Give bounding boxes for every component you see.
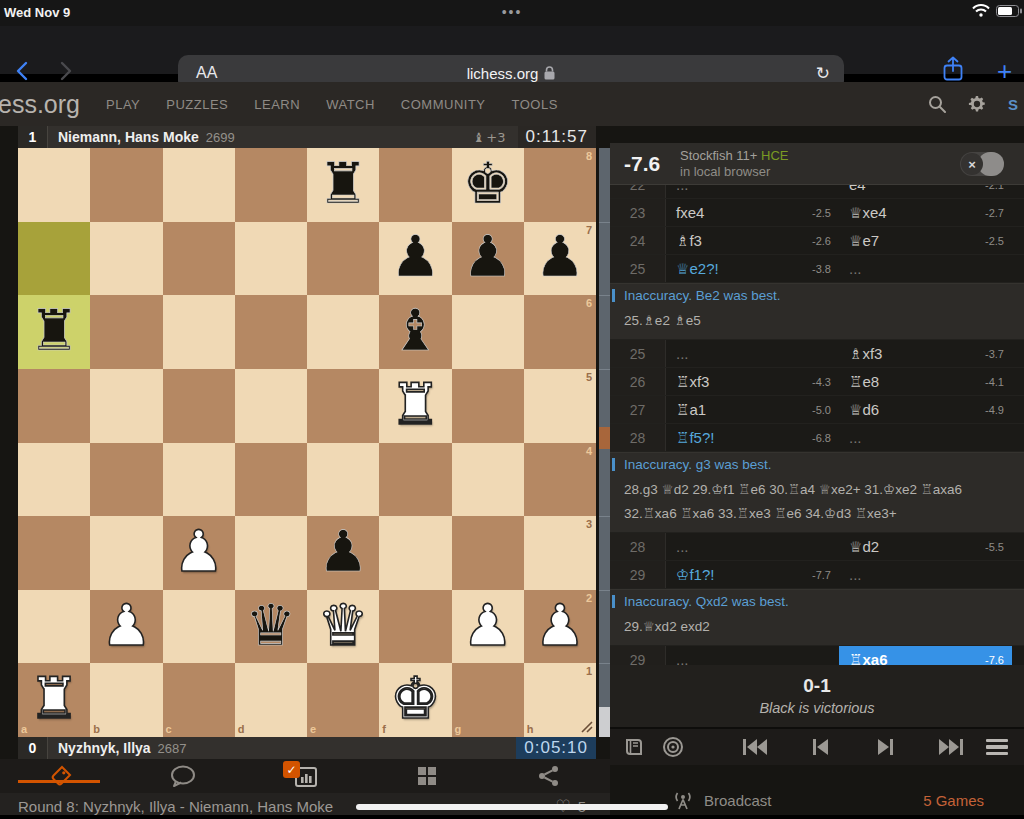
square-g1[interactable]: g (452, 663, 524, 737)
black-pawn-g7[interactable]: ♟ (452, 228, 524, 285)
black-move[interactable]: ♕d6 (849, 401, 879, 419)
first-move-button[interactable] (742, 737, 768, 757)
move-number: 23 (610, 199, 666, 226)
square-f8[interactable] (379, 148, 451, 222)
result-text: Black is victorious (610, 700, 1024, 716)
result-block: 0-1 Black is victorious (610, 665, 1024, 727)
move-number: 28 (610, 424, 666, 451)
nav-watch[interactable]: WATCH (326, 97, 375, 112)
engine-toggle-knob[interactable]: × (961, 153, 983, 175)
broadcast-tab[interactable]: Broadcast (672, 790, 772, 810)
black-move[interactable]: ... (849, 260, 862, 277)
analysis-panel: -7.6 Stockfish 11+ HCE in local browser … (610, 126, 1024, 819)
file-label-a: a (21, 723, 27, 735)
bottom-player-rating: 2687 (158, 741, 187, 756)
white-move[interactable]: fxe4 (676, 204, 704, 221)
tab-tags[interactable] (0, 759, 122, 793)
file-label-c: c (166, 723, 172, 735)
square-e1[interactable]: e (307, 663, 379, 737)
square-e7[interactable] (307, 222, 379, 296)
menu-icon[interactable] (986, 739, 1008, 756)
tab-boards[interactable] (366, 759, 488, 793)
white-rook-a1[interactable]: ♜ (18, 670, 90, 727)
black-rook-e8[interactable]: ♜ (307, 155, 379, 212)
search-icon[interactable] (928, 95, 946, 113)
white-pawn-c3[interactable]: ♟ (163, 523, 235, 580)
square-g4[interactable] (452, 443, 524, 517)
square-a3[interactable] (18, 516, 90, 590)
square-b5[interactable] (90, 369, 162, 443)
engine-eval: -7.6 (624, 152, 680, 176)
square-d7[interactable] (235, 222, 307, 296)
nav-play[interactable]: PLAY (106, 97, 140, 112)
material-diff: ♝ +3 (473, 130, 506, 145)
square-f4[interactable] (379, 443, 451, 517)
file-label-b: b (93, 723, 100, 735)
rank-label-6: 6 (586, 297, 592, 309)
square-d1[interactable]: d (235, 663, 307, 737)
square-b1[interactable]: b (90, 663, 162, 737)
square-g6[interactable] (452, 295, 524, 369)
square-f5[interactable]: ♜ (379, 369, 451, 443)
url-text[interactable]: lichess.org (467, 65, 539, 82)
square-b4[interactable] (90, 443, 162, 517)
move-row-25: 25...♗xf3-3.7 (610, 340, 1024, 368)
bottom-player-bar: 0 Nyzhnyk, Illya 2687 0:05:10 (18, 737, 596, 759)
white-move-eval: -2.5 (812, 207, 831, 219)
file-label-e: e (310, 723, 316, 735)
engine-header: -7.6 Stockfish 11+ HCE in local browser … (610, 143, 1024, 185)
white-move-cell[interactable]: ♖a1-5.0 (666, 396, 839, 423)
white-move[interactable]: ... (676, 538, 689, 555)
square-g5[interactable] (452, 369, 524, 443)
black-move-eval: -7.6 (985, 654, 1004, 666)
square-g7[interactable]: ♟ (452, 222, 524, 296)
inaccuracy-comment: Inaccuracy. g3 was best. (610, 452, 1024, 476)
black-move-eval: -4.1 (985, 376, 1004, 388)
inaccuracy-comment: Inaccuracy. Be2 was best. (610, 283, 1024, 307)
main-nav: PLAY PUZZLES LEARN WATCH COMMUNITY TOOLS (106, 97, 558, 112)
board-resize-handle[interactable] (581, 721, 593, 733)
square-e8[interactable]: ♜ (307, 148, 379, 222)
black-move-cell[interactable]: ... (839, 255, 1012, 282)
next-move-button[interactable] (877, 737, 894, 757)
square-g2[interactable]: ♟ (452, 590, 524, 664)
black-move-cell[interactable]: ♕xe4-2.7 (839, 199, 1012, 226)
top-player-rating: 2699 (206, 130, 235, 145)
top-player-score: 1 (18, 126, 48, 148)
back-button[interactable] (12, 60, 34, 82)
black-move-eval: -3.7 (985, 348, 1004, 360)
square-c6[interactable] (163, 295, 235, 369)
engine-variant: HCE (761, 148, 788, 163)
move-number: 25 (610, 340, 666, 367)
square-c8[interactable] (163, 148, 235, 222)
nav-puzzles[interactable]: PUZZLES (166, 97, 228, 112)
forward-button[interactable] (54, 60, 76, 82)
nav-learn[interactable]: LEARN (254, 97, 300, 112)
tab-computer-analysis[interactable]: ✓ (244, 759, 366, 793)
black-move[interactable]: ♕d2 (849, 538, 879, 556)
white-move-cell[interactable]: ♖f5?!-6.8 (666, 424, 839, 451)
square-a7[interactable] (18, 222, 90, 296)
white-move[interactable]: ... (676, 345, 689, 362)
square-a8[interactable] (18, 148, 90, 222)
black-move[interactable]: ♖e8 (849, 373, 879, 391)
white-move-cell[interactable]: fxe4-2.5 (666, 199, 839, 226)
square-d4[interactable] (235, 443, 307, 517)
white-move-cell[interactable]: ♕e2?!-3.8 (666, 255, 839, 282)
white-move[interactable]: ♕e2?! (676, 260, 719, 278)
rank-label-5: 5 (586, 371, 592, 383)
move-number: 28 (610, 533, 666, 560)
square-d6[interactable] (235, 295, 307, 369)
black-move-eval: -2.5 (985, 235, 1004, 247)
ios-status-bar: Wed Nov 9 ••• (0, 0, 1024, 26)
black-pawn-f7[interactable]: ♟ (379, 228, 451, 285)
engine-toggle[interactable]: × (960, 152, 1004, 176)
analysis-tab-bar: ✓ (0, 759, 610, 793)
white-move-eval: -5.0 (812, 404, 831, 416)
engine-variation[interactable]: 29.♕xd2 exd2 (610, 613, 1024, 646)
move-list: 22...e4-2.123fxe4-2.5♕xe4-2.724♗f3-2.6♕e… (610, 171, 1024, 674)
broadcast-tabs: Broadcast 5 Games (610, 785, 1024, 815)
result-score: 0-1 (610, 675, 1024, 697)
square-b8[interactable] (90, 148, 162, 222)
gear-icon[interactable] (968, 95, 986, 113)
battery-icon (996, 5, 1022, 17)
black-pawn-h7[interactable]: ♟ (524, 228, 596, 285)
rank-label-1: 1 (586, 665, 592, 677)
black-move-eval: -2.7 (985, 207, 1004, 219)
white-king-f1[interactable]: ♚ (379, 670, 451, 727)
square-g3[interactable] (452, 516, 524, 590)
white-queen-e2[interactable]: ♛ (307, 596, 379, 653)
square-h7[interactable]: ♟7 (524, 222, 596, 296)
square-a4[interactable] (18, 443, 90, 517)
file-label-g: g (455, 723, 462, 735)
previous-move-button[interactable] (812, 737, 829, 757)
black-move[interactable]: ♕xe4 (849, 204, 887, 222)
white-move[interactable]: ♔f1?! (676, 566, 714, 584)
square-b2[interactable]: ♟ (90, 590, 162, 664)
wifi-icon (972, 4, 990, 17)
engine-variation[interactable]: 25.♗e2 ♗e5 (610, 307, 1024, 340)
white-rook-f5[interactable]: ♜ (379, 375, 451, 432)
move-row-23: 23fxe4-2.5♕xe4-2.7 (610, 199, 1024, 227)
square-c5[interactable] (163, 369, 235, 443)
black-move-cell[interactable]: ♕d6-4.9 (839, 396, 1012, 423)
black-rook-a6[interactable]: ♜ (18, 302, 90, 359)
black-queen-d2[interactable]: ♛ (235, 596, 307, 653)
white-move[interactable]: ♖xf3 (676, 373, 709, 391)
rank-label-3: 3 (586, 518, 592, 530)
reload-button[interactable]: ↻ (816, 63, 830, 83)
engine-location: in local browser (680, 164, 789, 180)
square-f7[interactable]: ♟ (379, 222, 451, 296)
tab-share[interactable] (488, 759, 610, 793)
square-d8[interactable] (235, 148, 307, 222)
multitask-dots[interactable]: ••• (0, 4, 1024, 20)
top-player-clock: 0:11:57 (518, 126, 596, 148)
rank-label-2: 2 (586, 592, 592, 604)
playback-controls (610, 727, 1024, 765)
black-move-cell[interactable]: ♖e8-4.1 (839, 368, 1012, 395)
bottom-player-clock: 0:05:10 (516, 737, 596, 759)
eval-gauge (599, 148, 610, 737)
square-d5[interactable] (235, 369, 307, 443)
square-f2[interactable] (379, 590, 451, 664)
white-pawn-h2[interactable]: ♟ (524, 596, 596, 653)
chess-board[interactable]: ♜♚8♟♟♟7♜♝6♜54♟♟3♟♛♛♟♟2♜abcde♚fg1h (18, 148, 596, 737)
move-row-28: 28♖f5?!-6.8... (610, 424, 1024, 452)
square-e2[interactable]: ♛ (307, 590, 379, 664)
practice-target-icon[interactable] (662, 736, 684, 758)
black-move-eval: -4.9 (985, 404, 1004, 416)
white-move-cell[interactable]: ... (666, 533, 839, 560)
nav-tools[interactable]: TOOLS (512, 97, 558, 112)
file-label-f: f (382, 723, 386, 735)
white-move[interactable]: ♖f5?! (676, 429, 714, 447)
browser-toolbar: AA lichess.org ↻ + (0, 26, 1024, 74)
move-number: 29 (610, 561, 666, 588)
square-b7[interactable] (90, 222, 162, 296)
square-c3[interactable]: ♟ (163, 516, 235, 590)
gauge-white-share (599, 707, 610, 737)
square-a2[interactable] (18, 590, 90, 664)
top-player-bar: 1 Niemann, Hans Moke 2699 ♝ +3 0:11:57 (18, 126, 596, 148)
lock-icon (544, 66, 555, 80)
square-h5[interactable]: 5 (524, 369, 596, 443)
file-label-h: h (527, 723, 534, 735)
site-logo[interactable]: ess.org (0, 90, 80, 119)
square-a5[interactable] (18, 369, 90, 443)
move-row-25: 25♕e2?!-3.8... (610, 255, 1024, 283)
white-move-eval: -6.8 (812, 432, 831, 444)
black-move-cell[interactable]: ♕d2-5.5 (839, 533, 1012, 560)
move-row-28: 28...♕d2-5.5 (610, 533, 1024, 561)
move-row-24: 24♗f3-2.6♕e7-2.5 (610, 227, 1024, 255)
square-b6[interactable] (90, 295, 162, 369)
antenna-icon (672, 790, 694, 810)
square-h2[interactable]: ♟2 (524, 590, 596, 664)
square-c7[interactable] (163, 222, 235, 296)
square-f1[interactable]: ♚f (379, 663, 451, 737)
square-e6[interactable] (307, 295, 379, 369)
move-row-27: 27♖a1-5.0♕d6-4.9 (610, 396, 1024, 424)
bottom-player-score: 0 (18, 737, 48, 759)
top-player-name[interactable]: Niemann, Hans Moke (58, 129, 199, 145)
black-move[interactable]: ♗xf3 (849, 345, 882, 363)
active-tab-underline (18, 780, 100, 783)
home-indicator[interactable] (356, 804, 668, 810)
square-h6[interactable]: 6 (524, 295, 596, 369)
engine-variation[interactable]: 28.g3 ♕d2 29.♔f1 ♖e6 30.♖a4 ♕xe2+ 31.♔xe… (610, 476, 1024, 533)
square-a1[interactable]: ♜a (18, 663, 90, 737)
white-move-cell[interactable]: ... (666, 340, 839, 367)
inaccuracy-comment: Inaccuracy. Qxd2 was best. (610, 589, 1024, 613)
square-d2[interactable]: ♛ (235, 590, 307, 664)
square-e5[interactable] (307, 369, 379, 443)
analysis-check-icon: ✓ (283, 761, 300, 778)
square-e3[interactable]: ♟ (307, 516, 379, 590)
white-move-cell[interactable]: ♔f1?!-7.7 (666, 561, 839, 588)
last-move-button[interactable] (938, 737, 964, 757)
move-row-26: 26♖xf3-4.3♖e8-4.1 (610, 368, 1024, 396)
engine-name: Stockfish 11+ (680, 148, 761, 163)
black-move-eval: -5.5 (985, 541, 1004, 553)
share-button[interactable] (942, 56, 964, 82)
opening-book-icon[interactable] (624, 737, 646, 757)
tab-chat[interactable] (122, 759, 244, 793)
white-move-eval: -2.6 (812, 235, 831, 247)
white-move-cell[interactable]: ♗f3-2.6 (666, 227, 839, 254)
move-row-29: 29♔f1?!-7.7... (610, 561, 1024, 589)
site-header: ess.org PLAY PUZZLES LEARN WATCH COMMUNI… (0, 82, 1024, 126)
square-f6[interactable]: ♝ (379, 295, 451, 369)
bottom-edge (0, 815, 1024, 819)
square-h1[interactable]: 1h (524, 663, 596, 737)
square-e4[interactable] (307, 443, 379, 517)
signin-link-partial[interactable]: S (1008, 96, 1018, 113)
reader-view-button[interactable]: AA (196, 64, 217, 82)
games-tab[interactable]: 5 Games (923, 792, 984, 809)
black-move-cell[interactable]: ♕e7-2.5 (839, 227, 1012, 254)
square-f3[interactable] (379, 516, 451, 590)
white-move-eval: -7.7 (812, 569, 831, 581)
round-title[interactable]: Round 8: Nyzhnyk, Illya - Niemann, Hans … (18, 798, 333, 815)
white-move-eval: -3.8 (812, 263, 831, 275)
white-move-cell[interactable]: ♖xf3-4.3 (666, 368, 839, 395)
white-move[interactable]: ♖a1 (676, 401, 706, 419)
white-pawn-b2[interactable]: ♟ (90, 596, 162, 653)
move-number: 24 (610, 227, 666, 254)
black-bishop-f6[interactable]: ♝ (379, 302, 451, 359)
square-a6[interactable]: ♜ (18, 295, 90, 369)
rank-label-8: 8 (586, 150, 592, 162)
move-number: 25 (610, 255, 666, 282)
black-move[interactable]: ... (849, 566, 862, 583)
rank-label-4: 4 (586, 445, 592, 457)
bottom-player-name[interactable]: Nyzhnyk, Illya (58, 740, 151, 756)
square-h3[interactable]: 3 (524, 516, 596, 590)
black-move[interactable]: ... (849, 429, 862, 446)
square-h4[interactable]: 4 (524, 443, 596, 517)
square-c2[interactable] (163, 590, 235, 664)
gauge-center-mark (599, 427, 610, 449)
black-king-g8[interactable]: ♚ (452, 155, 524, 212)
square-h8[interactable]: 8 (524, 148, 596, 222)
white-move-eval: -4.3 (812, 376, 831, 388)
square-b3[interactable] (90, 516, 162, 590)
square-c4[interactable] (163, 443, 235, 517)
move-number: 27 (610, 396, 666, 423)
square-c1[interactable]: c (163, 663, 235, 737)
black-move-cell[interactable]: ... (839, 561, 1012, 588)
square-g8[interactable]: ♚ (452, 148, 524, 222)
file-label-d: d (238, 723, 245, 735)
black-move-cell[interactable]: ... (839, 424, 1012, 451)
rank-label-7: 7 (586, 224, 592, 236)
black-move-cell[interactable]: ♗xf3-3.7 (839, 340, 1012, 367)
move-number: 26 (610, 368, 666, 395)
white-move[interactable]: ♗f3 (676, 232, 702, 250)
nav-community[interactable]: COMMUNITY (401, 97, 486, 112)
black-move[interactable]: ♕e7 (849, 232, 879, 250)
material-piece-icon: ♝ (473, 130, 485, 145)
black-pawn-e3[interactable]: ♟ (307, 523, 379, 580)
square-d3[interactable] (235, 516, 307, 590)
white-pawn-g2[interactable]: ♟ (452, 596, 524, 653)
